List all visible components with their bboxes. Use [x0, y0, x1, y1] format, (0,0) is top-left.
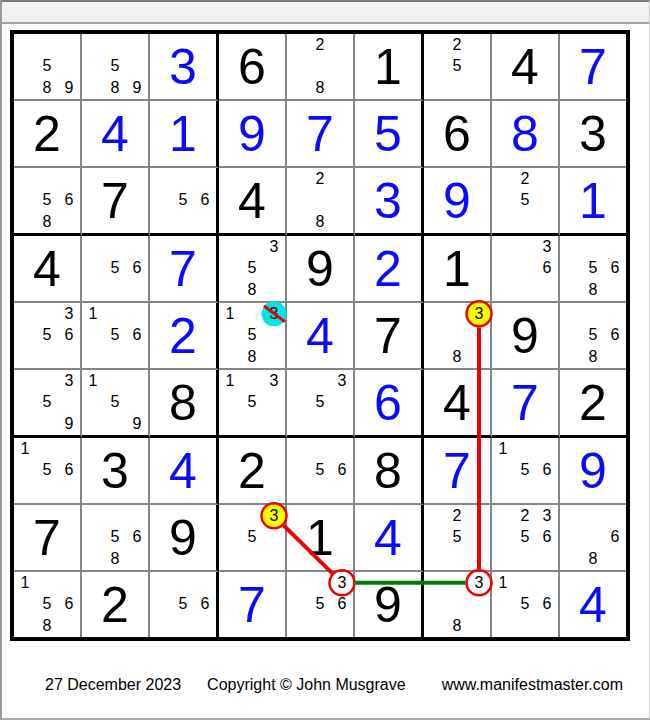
- solved-digit: 3: [150, 34, 216, 99]
- cell-r4c7[interactable]: 1: [424, 236, 492, 303]
- solved-digit: 2: [355, 236, 421, 301]
- empty-candidate-slot: [492, 615, 514, 637]
- empty-candidate-slot: [424, 325, 446, 347]
- cell-r9c2[interactable]: 2: [82, 572, 150, 637]
- empty-candidate-slot: [492, 594, 514, 616]
- empty-candidate-slot: [536, 211, 558, 233]
- candidates: 35: [219, 505, 285, 570]
- candidate-r8c2-6: 6: [126, 527, 148, 549]
- solved-digit: 9: [150, 505, 216, 570]
- empty-candidate-slot: [36, 438, 58, 460]
- empty-candidate-slot: [82, 279, 104, 301]
- empty-candidate-slot: [36, 34, 58, 56]
- cell-r9c1[interactable]: 1568: [14, 572, 82, 637]
- cell-r6c8[interactable]: 7: [492, 370, 560, 438]
- empty-candidate-slot: [14, 460, 36, 482]
- empty-candidate-slot: [82, 77, 104, 99]
- empty-candidate-slot: [126, 392, 148, 414]
- candidate-r6c5-3: 3: [331, 370, 353, 392]
- empty-candidate-slot: [424, 505, 446, 527]
- empty-candidate-slot: [536, 548, 558, 570]
- solved-digit: 7: [82, 168, 148, 233]
- candidate-r3c3-5: 5: [172, 190, 194, 212]
- candidates: 159: [82, 370, 148, 435]
- candidate-r9c1-5: 5: [36, 594, 58, 616]
- solved-digit: 7: [355, 303, 421, 368]
- candidate-r6c1-3: 3: [58, 370, 80, 392]
- empty-candidate-slot: [468, 505, 490, 527]
- empty-candidate-slot: [604, 279, 626, 301]
- cell-r1c2[interactable]: 589: [82, 34, 150, 101]
- empty-candidate-slot: [14, 413, 36, 435]
- candidate-r1c2-5: 5: [104, 56, 126, 78]
- cell-r1c6[interactable]: 1: [355, 34, 424, 101]
- empty-candidate-slot: [126, 236, 148, 258]
- solved-digit: 9: [492, 303, 558, 368]
- candidate-r8c4-5: 5: [241, 527, 263, 549]
- candidate-r6c5-5: 5: [309, 392, 331, 414]
- cell-r4c9[interactable]: 568: [560, 236, 626, 303]
- candidates: 589: [14, 34, 80, 99]
- cell-r3c6[interactable]: 3: [355, 168, 424, 236]
- empty-candidate-slot: [263, 527, 285, 549]
- candidate-r4c2-5: 5: [104, 258, 126, 280]
- empty-candidate-slot: [492, 236, 514, 258]
- candidate-r9c5-5: 5: [309, 594, 331, 616]
- empty-candidate-slot: [36, 346, 58, 368]
- cell-r8c7[interactable]: 25: [424, 505, 492, 572]
- candidates: 25: [424, 505, 490, 570]
- cell-r4c2[interactable]: 56: [82, 236, 150, 303]
- cell-r7c9[interactable]: 9: [560, 438, 626, 505]
- candidate-r9c1-8: 8: [36, 615, 58, 637]
- cell-r9c6[interactable]: 9: [355, 572, 424, 637]
- empty-candidate-slot: [560, 505, 582, 527]
- candidate-r6c1-9: 9: [58, 413, 80, 435]
- solved-digit: 6: [424, 101, 490, 166]
- candidates: 156: [14, 438, 80, 503]
- candidates: 156: [82, 303, 148, 368]
- empty-candidate-slot: [331, 481, 353, 503]
- empty-candidate-slot: [468, 56, 490, 78]
- candidates: 568: [560, 236, 626, 301]
- candidate-r7c8-5: 5: [514, 460, 536, 482]
- candidates: 568: [560, 303, 626, 368]
- cell-r1c1[interactable]: 589: [14, 34, 82, 101]
- candidate-r1c2-8: 8: [104, 77, 126, 99]
- empty-candidate-slot: [492, 168, 514, 190]
- candidate-r5c9-8: 8: [582, 346, 604, 368]
- cell-r1c9[interactable]: 7: [560, 34, 626, 101]
- candidate-r5c7-3: 3: [468, 303, 490, 325]
- solved-digit: 8: [355, 438, 421, 503]
- candidates: 36: [492, 236, 558, 301]
- cell-r8c8[interactable]: 2356: [492, 505, 560, 572]
- solved-digit: 7: [287, 101, 353, 166]
- empty-candidate-slot: [58, 168, 80, 190]
- candidate-r8c9-8: 8: [582, 548, 604, 570]
- empty-candidate-slot: [14, 190, 36, 212]
- cell-r5c3[interactable]: 2: [150, 303, 219, 370]
- title-bar: [2, 0, 650, 24]
- cell-r9c5[interactable]: 356: [287, 572, 355, 637]
- empty-candidate-slot: [560, 527, 582, 549]
- empty-candidate-slot: [219, 505, 241, 527]
- candidate-r8c7-5: 5: [446, 527, 468, 549]
- empty-candidate-slot: [492, 460, 514, 482]
- cell-r5c8[interactable]: 9: [492, 303, 560, 370]
- empty-candidate-slot: [82, 548, 104, 570]
- empty-candidate-slot: [582, 303, 604, 325]
- empty-candidate-slot: [194, 615, 216, 637]
- candidate-r7c5-6: 6: [331, 460, 353, 482]
- cell-r7c3[interactable]: 4: [150, 438, 219, 505]
- empty-candidate-slot: [14, 56, 36, 78]
- cell-r1c3[interactable]: 3: [150, 34, 219, 101]
- empty-candidate-slot: [263, 258, 285, 280]
- empty-candidate-slot: [14, 77, 36, 99]
- empty-candidate-slot: [14, 594, 36, 616]
- empty-candidate-slot: [560, 548, 582, 570]
- cell-r8c9[interactable]: 68: [560, 505, 626, 572]
- empty-candidate-slot: [14, 211, 36, 233]
- candidate-r1c1-8: 8: [36, 77, 58, 99]
- cell-r2c8[interactable]: 8: [492, 101, 560, 168]
- solved-digit: 6: [355, 370, 421, 435]
- cell-r8c4[interactable]: 35: [219, 505, 287, 572]
- empty-candidate-slot: [194, 168, 216, 190]
- cell-r7c8[interactable]: 156: [492, 438, 560, 505]
- empty-candidate-slot: [219, 325, 241, 347]
- candidate-r6c4-5: 5: [241, 392, 263, 414]
- empty-candidate-slot: [104, 370, 126, 392]
- empty-candidate-slot: [82, 325, 104, 347]
- empty-candidate-slot: [287, 413, 309, 435]
- empty-candidate-slot: [14, 392, 36, 414]
- empty-candidate-slot: [14, 168, 36, 190]
- cell-r3c4[interactable]: 4: [219, 168, 287, 236]
- cell-r8c6[interactable]: 4: [355, 505, 424, 572]
- cell-r4c4[interactable]: 358: [219, 236, 287, 303]
- cell-r2c3[interactable]: 1: [150, 101, 219, 168]
- cell-r6c3[interactable]: 8: [150, 370, 219, 438]
- empty-candidate-slot: [58, 481, 80, 503]
- candidates: 356: [287, 572, 353, 637]
- cell-r3c3[interactable]: 56: [150, 168, 219, 236]
- candidate-r4c8-3: 3: [536, 236, 558, 258]
- solved-digit: 2: [14, 101, 80, 166]
- cell-r2c1[interactable]: 2: [14, 101, 82, 168]
- empty-candidate-slot: [560, 279, 582, 301]
- candidate-r5c2-5: 5: [104, 325, 126, 347]
- candidate-r3c8-5: 5: [514, 190, 536, 212]
- cell-r5c2[interactable]: 156: [82, 303, 150, 370]
- empty-candidate-slot: [287, 370, 309, 392]
- cell-r3c9[interactable]: 1: [560, 168, 626, 236]
- cell-r5c4[interactable]: 1358: [219, 303, 287, 370]
- cell-r9c8[interactable]: 156: [492, 572, 560, 637]
- solved-digit: 4: [492, 34, 558, 99]
- empty-candidate-slot: [263, 413, 285, 435]
- empty-candidate-slot: [331, 77, 353, 99]
- candidate-r5c1-6: 6: [58, 325, 80, 347]
- candidates: 56: [150, 572, 216, 637]
- empty-candidate-slot: [82, 34, 104, 56]
- candidate-r9c8-1: 1: [492, 572, 514, 594]
- empty-candidate-slot: [331, 392, 353, 414]
- empty-candidate-slot: [582, 505, 604, 527]
- cell-r3c8[interactable]: 25: [492, 168, 560, 236]
- candidates: 135: [219, 370, 285, 435]
- empty-candidate-slot: [14, 303, 36, 325]
- empty-candidate-slot: [492, 505, 514, 527]
- empty-candidate-slot: [58, 572, 80, 594]
- empty-candidate-slot: [172, 572, 194, 594]
- cell-r6c9[interactable]: 2: [560, 370, 626, 438]
- empty-candidate-slot: [492, 258, 514, 280]
- cell-r9c7[interactable]: 38: [424, 572, 492, 637]
- empty-candidate-slot: [446, 77, 468, 99]
- empty-candidate-slot: [126, 279, 148, 301]
- cell-r1c5[interactable]: 28: [287, 34, 355, 101]
- empty-candidate-slot: [560, 236, 582, 258]
- candidate-r9c8-6: 6: [536, 594, 558, 616]
- cell-r9c9[interactable]: 4: [560, 572, 626, 637]
- empty-candidate-slot: [219, 258, 241, 280]
- cell-r2c9[interactable]: 3: [560, 101, 626, 168]
- empty-candidate-slot: [287, 392, 309, 414]
- cell-r1c4[interactable]: 6: [219, 34, 287, 101]
- empty-candidate-slot: [309, 438, 331, 460]
- candidates: 156: [492, 572, 558, 637]
- candidate-r9c8-5: 5: [514, 594, 536, 616]
- cell-r7c1[interactable]: 156: [14, 438, 82, 505]
- empty-candidate-slot: [536, 438, 558, 460]
- empty-candidate-slot: [582, 236, 604, 258]
- empty-candidate-slot: [126, 303, 148, 325]
- empty-candidate-slot: [309, 190, 331, 212]
- empty-candidate-slot: [536, 572, 558, 594]
- candidate-r7c1-5: 5: [36, 460, 58, 482]
- empty-candidate-slot: [172, 615, 194, 637]
- cell-r7c2[interactable]: 3: [82, 438, 150, 505]
- empty-candidate-slot: [514, 615, 536, 637]
- empty-candidate-slot: [82, 258, 104, 280]
- empty-candidate-slot: [424, 594, 446, 616]
- empty-candidate-slot: [241, 370, 263, 392]
- solved-digit: 1: [150, 101, 216, 166]
- cell-r2c6[interactable]: 5: [355, 101, 424, 168]
- empty-candidate-slot: [126, 548, 148, 570]
- empty-candidate-slot: [492, 190, 514, 212]
- candidate-r3c1-8: 8: [36, 211, 58, 233]
- candidates: 56: [82, 236, 148, 301]
- sudoku-board: 5895893628125472419756835687564283925145…: [10, 30, 630, 641]
- empty-candidate-slot: [36, 572, 58, 594]
- solved-digit: 9: [287, 236, 353, 301]
- empty-candidate-slot: [58, 438, 80, 460]
- cell-r5c7[interactable]: 38: [424, 303, 492, 370]
- cell-r8c3[interactable]: 9: [150, 505, 219, 572]
- empty-candidate-slot: [514, 481, 536, 503]
- candidate-r5c7-8: 8: [446, 346, 468, 368]
- empty-candidate-slot: [126, 370, 148, 392]
- empty-candidate-slot: [82, 56, 104, 78]
- candidate-r9c3-6: 6: [194, 594, 216, 616]
- empty-candidate-slot: [514, 438, 536, 460]
- solved-digit: 7: [492, 370, 558, 435]
- cell-r6c6[interactable]: 6: [355, 370, 424, 438]
- cell-r6c4[interactable]: 135: [219, 370, 287, 438]
- empty-candidate-slot: [150, 190, 172, 212]
- cell-r2c4[interactable]: 9: [219, 101, 287, 168]
- candidate-r1c7-5: 5: [446, 56, 468, 78]
- empty-candidate-slot: [514, 279, 536, 301]
- empty-candidate-slot: [309, 615, 331, 637]
- empty-candidate-slot: [604, 548, 626, 570]
- empty-candidate-slot: [309, 572, 331, 594]
- cell-r5c6[interactable]: 7: [355, 303, 424, 370]
- empty-candidate-slot: [104, 236, 126, 258]
- candidate-r1c1-5: 5: [36, 56, 58, 78]
- candidate-r8c8-6: 6: [536, 527, 558, 549]
- empty-candidate-slot: [104, 303, 126, 325]
- cell-r7c6[interactable]: 8: [355, 438, 424, 505]
- solved-digit: 8: [150, 370, 216, 435]
- cell-r1c7[interactable]: 25: [424, 34, 492, 101]
- cell-r5c5[interactable]: 4: [287, 303, 355, 370]
- cell-r7c7[interactable]: 7: [424, 438, 492, 505]
- cell-r6c7[interactable]: 4: [424, 370, 492, 438]
- cell-r7c5[interactable]: 56: [287, 438, 355, 505]
- candidate-r5c4-8: 8: [241, 346, 263, 368]
- empty-candidate-slot: [424, 34, 446, 56]
- empty-candidate-slot: [560, 325, 582, 347]
- empty-candidate-slot: [219, 346, 241, 368]
- empty-candidate-slot: [58, 392, 80, 414]
- empty-candidate-slot: [194, 211, 216, 233]
- candidates: 35: [287, 370, 353, 435]
- cell-r8c2[interactable]: 568: [82, 505, 150, 572]
- candidate-r3c5-2: 2: [309, 168, 331, 190]
- empty-candidate-slot: [536, 615, 558, 637]
- empty-candidate-slot: [468, 346, 490, 368]
- empty-candidate-slot: [424, 56, 446, 78]
- empty-candidate-slot: [424, 527, 446, 549]
- empty-candidate-slot: [604, 346, 626, 368]
- empty-candidate-slot: [492, 481, 514, 503]
- cell-r2c5[interactable]: 7: [287, 101, 355, 168]
- empty-candidate-slot: [150, 594, 172, 616]
- cell-r8c5[interactable]: 1: [287, 505, 355, 572]
- cell-r5c9[interactable]: 568: [560, 303, 626, 370]
- cell-r3c5[interactable]: 28: [287, 168, 355, 236]
- cell-r6c2[interactable]: 159: [82, 370, 150, 438]
- cell-r3c1[interactable]: 568: [14, 168, 82, 236]
- empty-candidate-slot: [172, 168, 194, 190]
- cell-r8c1[interactable]: 7: [14, 505, 82, 572]
- empty-candidate-slot: [36, 303, 58, 325]
- empty-candidate-slot: [36, 370, 58, 392]
- empty-candidate-slot: [560, 258, 582, 280]
- candidate-r3c1-6: 6: [58, 190, 80, 212]
- candidate-r1c2-9: 9: [126, 77, 148, 99]
- empty-candidate-slot: [468, 34, 490, 56]
- candidate-r9c3-5: 5: [172, 594, 194, 616]
- solved-digit: 4: [219, 168, 285, 233]
- empty-candidate-slot: [446, 325, 468, 347]
- solved-digit: 1: [560, 168, 626, 233]
- empty-candidate-slot: [58, 34, 80, 56]
- cell-r6c5[interactable]: 35: [287, 370, 355, 438]
- empty-candidate-slot: [331, 56, 353, 78]
- candidates: 56: [287, 438, 353, 503]
- empty-candidate-slot: [309, 370, 331, 392]
- footer-date: 27 December 2023: [45, 676, 181, 694]
- cell-r3c7[interactable]: 9: [424, 168, 492, 236]
- empty-candidate-slot: [82, 505, 104, 527]
- candidate-r4c9-5: 5: [582, 258, 604, 280]
- cell-r7c4[interactable]: 2: [219, 438, 287, 505]
- cell-r6c1[interactable]: 359: [14, 370, 82, 438]
- cell-r2c2[interactable]: 4: [82, 101, 150, 168]
- empty-candidate-slot: [287, 211, 309, 233]
- cell-r4c1[interactable]: 4: [14, 236, 82, 303]
- candidates: 1568: [14, 572, 80, 637]
- cell-r3c2[interactable]: 7: [82, 168, 150, 236]
- candidates: 1358: [219, 303, 285, 368]
- empty-candidate-slot: [514, 572, 536, 594]
- empty-candidate-slot: [446, 594, 468, 616]
- cell-r4c6[interactable]: 2: [355, 236, 424, 303]
- cell-r4c8[interactable]: 36: [492, 236, 560, 303]
- empty-candidate-slot: [219, 279, 241, 301]
- empty-candidate-slot: [424, 615, 446, 637]
- cell-r9c4[interactable]: 7: [219, 572, 287, 637]
- empty-candidate-slot: [14, 615, 36, 637]
- cell-r2c7[interactable]: 6: [424, 101, 492, 168]
- solved-digit: 9: [560, 438, 626, 503]
- empty-candidate-slot: [287, 481, 309, 503]
- empty-candidate-slot: [287, 615, 309, 637]
- cell-r4c3[interactable]: 7: [150, 236, 219, 303]
- empty-candidate-slot: [194, 572, 216, 594]
- empty-candidate-slot: [126, 346, 148, 368]
- empty-candidate-slot: [287, 168, 309, 190]
- cell-r1c8[interactable]: 4: [492, 34, 560, 101]
- solved-digit: 4: [560, 572, 626, 637]
- cell-r9c3[interactable]: 56: [150, 572, 219, 637]
- empty-candidate-slot: [287, 572, 309, 594]
- empty-candidate-slot: [82, 236, 104, 258]
- candidates: 28: [287, 34, 353, 99]
- empty-candidate-slot: [331, 438, 353, 460]
- candidate-r9c7-3: 3: [468, 572, 490, 594]
- candidate-r6c1-5: 5: [36, 392, 58, 414]
- cell-r4c5[interactable]: 9: [287, 236, 355, 303]
- candidate-r8c2-8: 8: [104, 548, 126, 570]
- empty-candidate-slot: [424, 346, 446, 368]
- empty-candidate-slot: [82, 346, 104, 368]
- cell-r5c1[interactable]: 356: [14, 303, 82, 370]
- empty-candidate-slot: [263, 392, 285, 414]
- empty-candidate-slot: [514, 548, 536, 570]
- empty-candidate-slot: [424, 572, 446, 594]
- empty-candidate-slot: [150, 615, 172, 637]
- empty-candidate-slot: [560, 346, 582, 368]
- candidate-r5c9-6: 6: [604, 325, 626, 347]
- candidate-r5c2-6: 6: [126, 325, 148, 347]
